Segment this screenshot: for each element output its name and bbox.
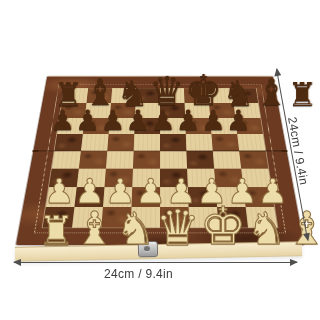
- board-square: [132, 169, 160, 188]
- board-square: [185, 118, 211, 134]
- board-square: [60, 103, 87, 118]
- board-square: [134, 134, 160, 151]
- chess-board: [16, 76, 304, 245]
- board-square: [77, 169, 106, 188]
- board-squares: [43, 88, 278, 227]
- board-square: [211, 134, 239, 151]
- board-square: [160, 103, 185, 118]
- hinge-right: [281, 150, 288, 152]
- board-square: [134, 118, 160, 134]
- board-square: [189, 207, 219, 228]
- board-square: [86, 88, 112, 103]
- board-square: [186, 151, 214, 169]
- board-square: [160, 134, 186, 151]
- board-square: [185, 103, 211, 118]
- board-square: [186, 134, 213, 151]
- board-square: [234, 103, 261, 118]
- board-square: [81, 134, 109, 151]
- board-square: [49, 169, 79, 188]
- board-square: [187, 169, 215, 188]
- board-square: [72, 207, 103, 228]
- board-square: [131, 187, 160, 207]
- board-square: [111, 88, 136, 103]
- board-square: [55, 134, 83, 151]
- board-square: [237, 134, 265, 151]
- fold-seam: [33, 150, 286, 151]
- board-square: [101, 207, 131, 228]
- board-square: [241, 169, 271, 188]
- dimension-line-bottom: [14, 262, 297, 263]
- dimension-label-bottom: 24cm / 9.4in: [104, 267, 173, 281]
- board-square: [52, 151, 81, 169]
- board-square: [83, 118, 110, 134]
- board-square: [57, 118, 85, 134]
- board-square: [216, 187, 246, 207]
- board-square: [107, 134, 134, 151]
- board-square: [235, 118, 263, 134]
- board-square: [208, 88, 234, 103]
- board-square: [131, 207, 160, 228]
- board-square: [106, 151, 134, 169]
- board-square: [243, 187, 274, 207]
- board-square: [79, 151, 107, 169]
- board-square: [210, 118, 237, 134]
- board-square: [85, 103, 111, 118]
- board-square: [213, 151, 241, 169]
- board-square: [160, 187, 189, 207]
- board-square: [43, 207, 75, 228]
- board-square: [217, 207, 248, 228]
- board-square: [74, 187, 104, 207]
- board-square: [160, 169, 188, 188]
- board-square: [103, 187, 132, 207]
- board-square: [135, 103, 160, 118]
- board-square: [184, 88, 209, 103]
- board-square: [232, 88, 258, 103]
- board-square: [160, 88, 185, 103]
- board-square: [160, 151, 187, 169]
- clasp-latch: [138, 241, 158, 257]
- board-square: [160, 118, 186, 134]
- board-square: [239, 151, 268, 169]
- board-square: [133, 151, 160, 169]
- board-square: [160, 207, 189, 228]
- board-square: [104, 169, 132, 188]
- product-photo: ♜♝♞♛♚♞♝♜ ♟♟♟♟♟♟♟♟ ♟♟♟♟♟♟♟♟ ♜♝♞♛♚♞♝♜ 24cm…: [0, 0, 320, 320]
- hinge-left: [32, 150, 39, 152]
- board-square: [246, 207, 278, 228]
- board-square: [188, 187, 217, 207]
- board-square: [62, 88, 88, 103]
- board-square: [109, 118, 135, 134]
- board-square: [110, 103, 136, 118]
- board-square: [135, 88, 160, 103]
- board-square: [46, 187, 77, 207]
- board-square: [214, 169, 243, 188]
- board-square: [209, 103, 235, 118]
